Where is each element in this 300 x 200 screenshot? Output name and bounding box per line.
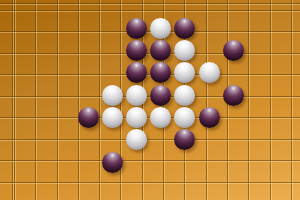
black-stone: [126, 18, 147, 39]
white-stone: [174, 85, 195, 106]
white-stone: [126, 107, 147, 128]
white-stone: [150, 18, 171, 39]
black-stone: [223, 85, 244, 106]
white-stone: [126, 85, 147, 106]
white-stone: [199, 62, 220, 83]
white-stone: [102, 85, 123, 106]
black-stone: [199, 107, 220, 128]
black-stone: [126, 40, 147, 61]
black-stone: [150, 85, 171, 106]
black-stone: [223, 40, 244, 61]
gomoku-board[interactable]: [0, 0, 300, 200]
black-stone: [78, 107, 99, 128]
black-stone: [102, 152, 123, 173]
white-stone: [102, 107, 123, 128]
white-stone: [150, 107, 171, 128]
black-stone: [174, 18, 195, 39]
